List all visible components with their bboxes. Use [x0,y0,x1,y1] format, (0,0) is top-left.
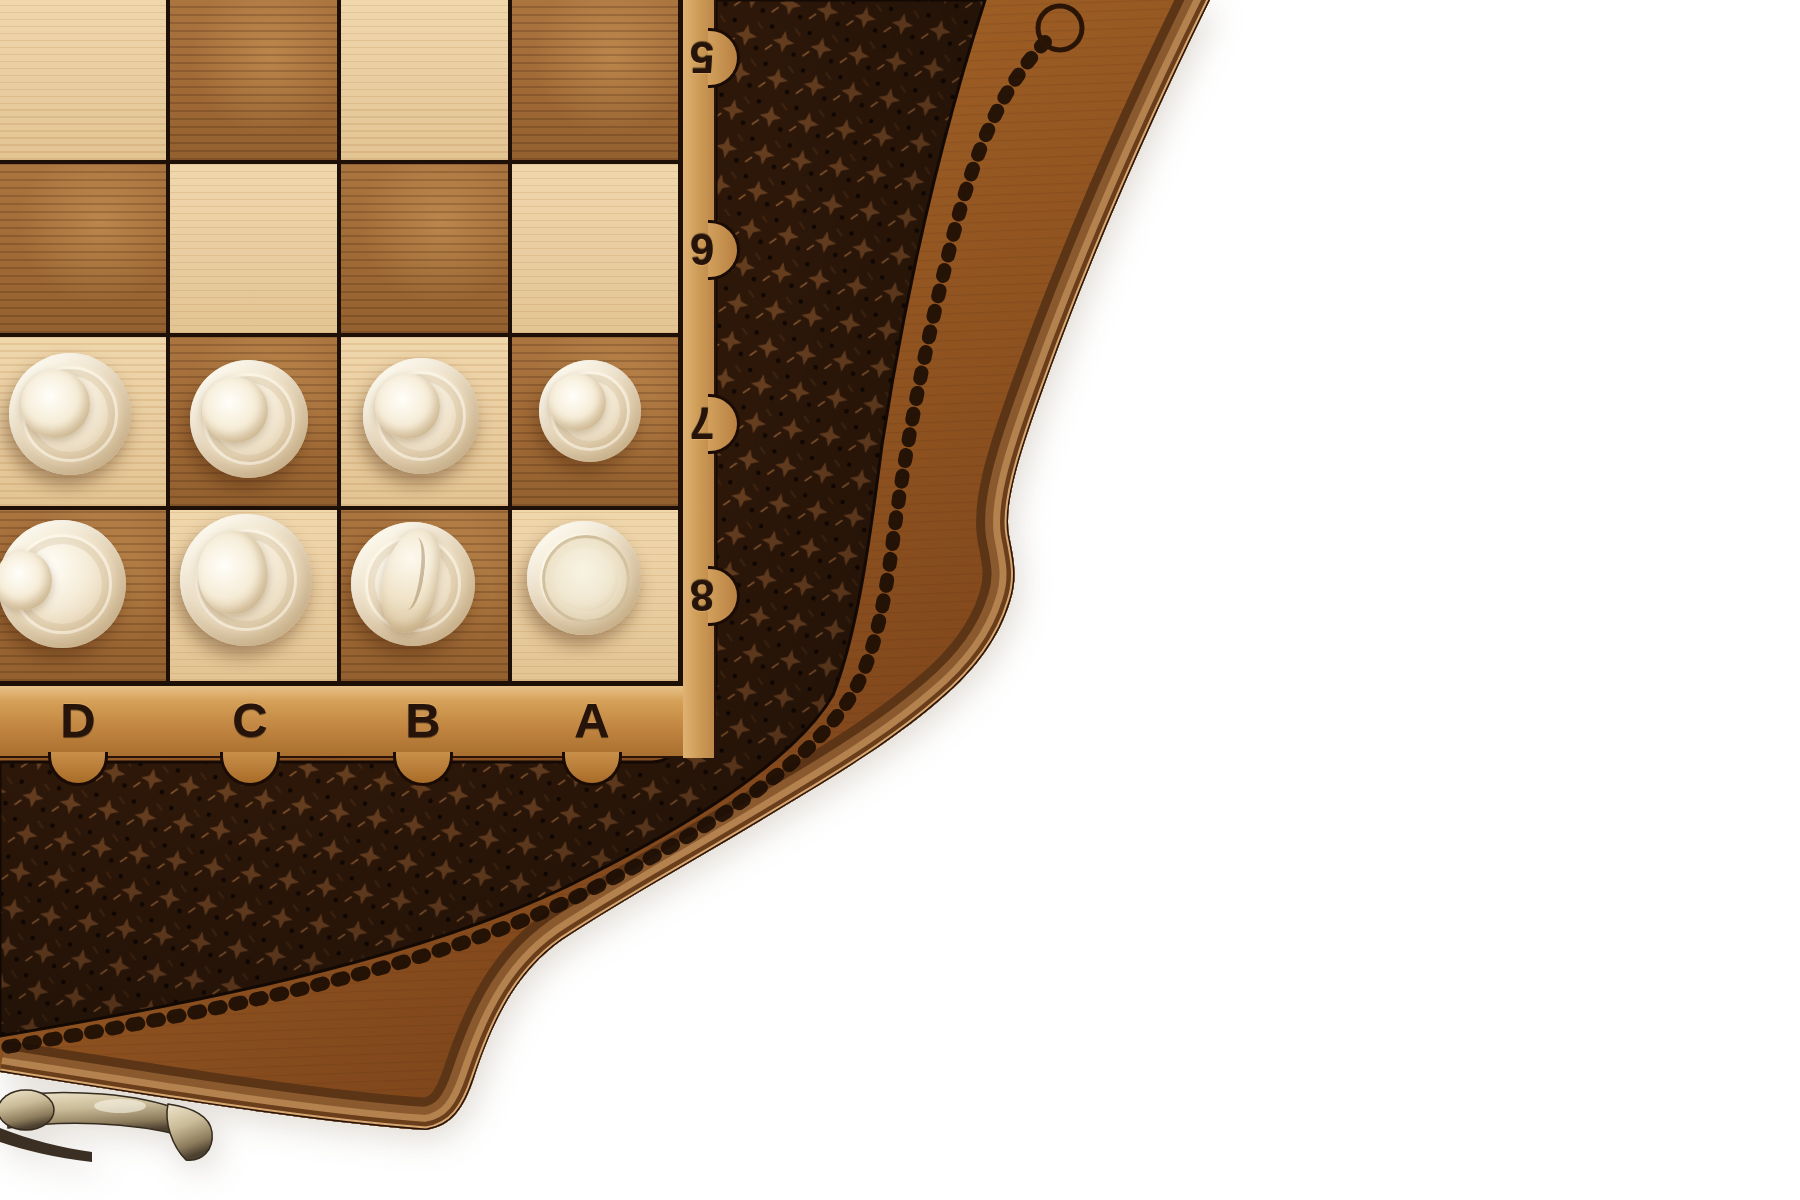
file-label-A: A [552,692,632,748]
square-a6[interactable] [512,164,678,333]
piece-white-queen-d8[interactable] [0,520,126,648]
piece-white-pawn-b7[interactable] [363,358,479,474]
file-label-B: B [383,692,463,748]
rank-label-5: 5 [672,32,732,82]
piece-white-rook-a8[interactable] [527,521,641,635]
rank-label-7: 7 [672,398,732,448]
piece-top-detail [202,377,268,443]
square-d5[interactable] [0,0,166,160]
square-a5[interactable] [512,0,678,160]
piece-white-pawn-d7[interactable] [9,353,131,475]
piece-top-detail [542,535,630,623]
piece-top-detail [549,374,606,431]
piece-white-knight-b8[interactable] [351,522,475,646]
file-label-D: D [38,692,118,748]
square-c6[interactable] [170,164,337,333]
file-label-C: C [210,692,290,748]
piece-white-pawn-a7[interactable] [539,360,641,462]
rank-label-band [683,0,716,758]
rank-label-6: 6 [672,224,732,274]
piece-top-detail [186,523,279,623]
rank-label-8: 8 [672,570,732,620]
piece-white-bishop-c8[interactable] [180,514,312,646]
piece-top-detail [375,374,440,439]
piece-top-detail [376,526,445,637]
metal-clasp[interactable] [0,1090,212,1162]
piece-top-detail [21,370,89,438]
square-c5[interactable] [170,0,337,160]
piece-white-pawn-c7[interactable] [190,360,308,478]
chess-board-scene: DCBA5678 [0,0,1800,1200]
square-b6[interactable] [341,164,508,333]
square-d6[interactable] [0,164,166,333]
piece-top-detail [0,551,52,610]
square-b5[interactable] [341,0,508,160]
